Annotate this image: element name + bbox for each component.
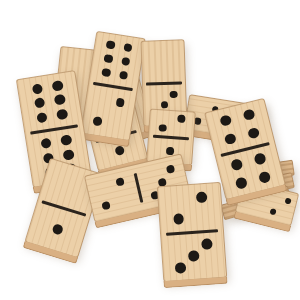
pip bbox=[161, 101, 169, 109]
pip bbox=[284, 197, 291, 204]
pip bbox=[258, 171, 271, 184]
pip bbox=[196, 191, 208, 203]
domino-half bbox=[85, 166, 142, 222]
pip bbox=[173, 213, 185, 225]
pip bbox=[175, 262, 187, 274]
pip bbox=[253, 153, 266, 166]
pip bbox=[54, 94, 66, 106]
pip bbox=[31, 83, 43, 95]
domino-half bbox=[142, 40, 185, 82]
domino-half bbox=[161, 231, 226, 281]
pip bbox=[104, 54, 114, 64]
pip bbox=[119, 70, 129, 80]
pip bbox=[166, 147, 174, 155]
pip bbox=[52, 80, 64, 92]
pip bbox=[121, 57, 131, 67]
domino-half bbox=[158, 183, 223, 233]
domino-product-photo bbox=[0, 0, 300, 300]
pip bbox=[235, 177, 248, 190]
pip bbox=[115, 177, 125, 187]
pip bbox=[230, 159, 243, 172]
pip bbox=[40, 138, 52, 150]
pip bbox=[242, 109, 255, 122]
pip bbox=[177, 114, 185, 122]
pip bbox=[201, 239, 213, 251]
pip bbox=[247, 127, 260, 140]
pip bbox=[159, 124, 167, 132]
pip bbox=[224, 133, 237, 146]
pip bbox=[106, 40, 116, 50]
pip bbox=[102, 68, 112, 78]
pip bbox=[102, 201, 112, 211]
domino-half bbox=[81, 84, 136, 140]
pip bbox=[188, 250, 200, 262]
pip bbox=[34, 97, 46, 109]
pip bbox=[123, 43, 133, 53]
pip bbox=[165, 164, 175, 174]
pip bbox=[115, 98, 125, 108]
domino-half bbox=[17, 71, 82, 132]
pip bbox=[114, 145, 125, 156]
domino-half bbox=[90, 32, 145, 88]
pip bbox=[52, 223, 64, 235]
pip bbox=[93, 116, 103, 126]
pip bbox=[61, 134, 73, 146]
pip bbox=[56, 109, 68, 121]
pip bbox=[270, 208, 277, 215]
domino-2-3-standing bbox=[157, 182, 228, 282]
pip bbox=[63, 149, 75, 161]
domino-half bbox=[149, 110, 195, 138]
pip bbox=[36, 112, 48, 124]
pip bbox=[170, 91, 178, 99]
pip bbox=[219, 114, 232, 127]
